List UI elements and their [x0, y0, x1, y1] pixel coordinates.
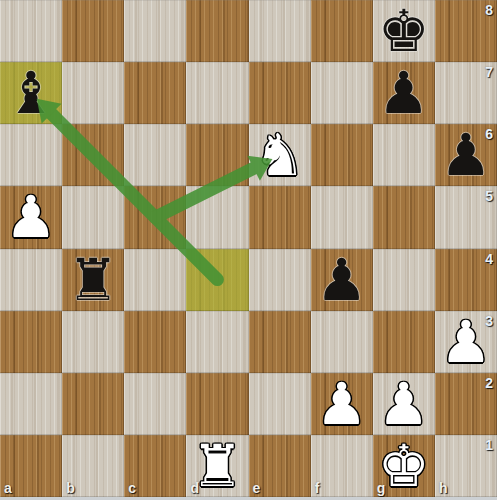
square-a5[interactable]: ♟ [0, 186, 62, 248]
square-f6[interactable] [311, 124, 373, 186]
square-g6[interactable] [373, 124, 435, 186]
square-e3[interactable] [249, 311, 311, 373]
square-d7[interactable] [186, 62, 248, 124]
square-g7[interactable]: ♟ [373, 62, 435, 124]
square-h3[interactable]: ♟ [435, 311, 497, 373]
square-d1[interactable]: ♜ [186, 435, 248, 497]
square-h8[interactable] [435, 0, 497, 62]
piece-white-knight[interactable]: ♞ [254, 126, 306, 184]
square-a7[interactable]: ♝ [0, 62, 62, 124]
square-b6[interactable] [62, 124, 124, 186]
square-c6[interactable] [124, 124, 186, 186]
square-g4[interactable] [373, 249, 435, 311]
square-h2[interactable] [435, 373, 497, 435]
piece-white-pawn[interactable]: ♟ [440, 313, 492, 371]
square-f5[interactable] [311, 186, 373, 248]
square-b4[interactable]: ♜ [62, 249, 124, 311]
square-f3[interactable] [311, 311, 373, 373]
square-c1[interactable] [124, 435, 186, 497]
square-f8[interactable] [311, 0, 373, 62]
square-f4[interactable]: ♟ [311, 249, 373, 311]
square-e6[interactable]: ♞ [249, 124, 311, 186]
square-e2[interactable] [249, 373, 311, 435]
chess-board: ♚♝♟♞♟♟♜♟♟♟♟♜♚ abcdefgh12345678 [0, 0, 497, 497]
square-b1[interactable] [62, 435, 124, 497]
square-c8[interactable] [124, 0, 186, 62]
square-c2[interactable] [124, 373, 186, 435]
square-b7[interactable] [62, 62, 124, 124]
square-d2[interactable] [186, 373, 248, 435]
square-h6[interactable]: ♟ [435, 124, 497, 186]
square-f7[interactable] [311, 62, 373, 124]
square-c7[interactable] [124, 62, 186, 124]
square-c3[interactable] [124, 311, 186, 373]
square-h1[interactable] [435, 435, 497, 497]
square-c5[interactable] [124, 186, 186, 248]
square-a4[interactable] [0, 249, 62, 311]
piece-black-bishop[interactable]: ♝ [5, 64, 57, 122]
square-h4[interactable] [435, 249, 497, 311]
square-g2[interactable]: ♟ [373, 373, 435, 435]
piece-white-pawn[interactable]: ♟ [316, 375, 368, 433]
square-b8[interactable] [62, 0, 124, 62]
piece-black-rook[interactable]: ♜ [67, 251, 119, 309]
square-g3[interactable] [373, 311, 435, 373]
square-d5[interactable] [186, 186, 248, 248]
square-f2[interactable]: ♟ [311, 373, 373, 435]
square-g5[interactable] [373, 186, 435, 248]
square-c4[interactable] [124, 249, 186, 311]
square-a6[interactable] [0, 124, 62, 186]
square-e1[interactable] [249, 435, 311, 497]
square-a1[interactable] [0, 435, 62, 497]
piece-black-pawn[interactable]: ♟ [378, 64, 430, 122]
square-a3[interactable] [0, 311, 62, 373]
square-a2[interactable] [0, 373, 62, 435]
piece-white-pawn[interactable]: ♟ [378, 375, 430, 433]
square-e7[interactable] [249, 62, 311, 124]
square-h7[interactable] [435, 62, 497, 124]
square-g1[interactable]: ♚ [373, 435, 435, 497]
square-e8[interactable] [249, 0, 311, 62]
square-d6[interactable] [186, 124, 248, 186]
square-b3[interactable] [62, 311, 124, 373]
square-g8[interactable]: ♚ [373, 0, 435, 62]
square-e4[interactable] [249, 249, 311, 311]
piece-white-king[interactable]: ♚ [378, 437, 430, 495]
square-a8[interactable] [0, 0, 62, 62]
piece-black-pawn[interactable]: ♟ [440, 126, 492, 184]
page: ♚♝♟♞♟♟♜♟♟♟♟♜♚ abcdefgh12345678 [0, 0, 497, 500]
square-d4[interactable] [186, 249, 248, 311]
square-b5[interactable] [62, 186, 124, 248]
square-d8[interactable] [186, 0, 248, 62]
square-b2[interactable] [62, 373, 124, 435]
square-h5[interactable] [435, 186, 497, 248]
square-d3[interactable] [186, 311, 248, 373]
piece-white-rook[interactable]: ♜ [191, 437, 243, 495]
piece-black-king[interactable]: ♚ [378, 2, 430, 60]
square-f1[interactable] [311, 435, 373, 497]
square-e5[interactable] [249, 186, 311, 248]
piece-white-pawn[interactable]: ♟ [5, 188, 57, 246]
piece-black-pawn[interactable]: ♟ [316, 251, 368, 309]
